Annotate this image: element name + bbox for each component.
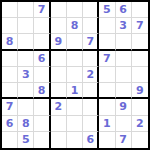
cell-r4c1[interactable] xyxy=(2,51,18,67)
cell-r7c8[interactable]: 9 xyxy=(116,99,132,115)
cell-r8c3[interactable] xyxy=(34,116,50,132)
cell-r5c1[interactable] xyxy=(2,67,18,83)
cell-r1c1[interactable] xyxy=(2,2,18,18)
cell-r1c7[interactable]: 5 xyxy=(99,2,115,18)
cell-r2c4[interactable] xyxy=(51,18,67,34)
cell-r3c7[interactable] xyxy=(99,34,115,50)
cell-r9c8[interactable]: 7 xyxy=(116,132,132,148)
sudoku-board: 75683789767328197296812567 xyxy=(0,0,150,150)
cell-r9c4[interactable] xyxy=(51,132,67,148)
cell-r8c7[interactable]: 1 xyxy=(99,116,115,132)
cell-r6c2[interactable] xyxy=(18,83,34,99)
cell-r7c6[interactable] xyxy=(83,99,99,115)
cell-r7c7[interactable] xyxy=(99,99,115,115)
cell-r6c9[interactable]: 9 xyxy=(132,83,148,99)
cell-r6c8[interactable] xyxy=(116,83,132,99)
cell-r9c9[interactable] xyxy=(132,132,148,148)
cell-r7c4[interactable]: 2 xyxy=(51,99,67,115)
cell-r7c5[interactable] xyxy=(67,99,83,115)
cell-r5c4[interactable] xyxy=(51,67,67,83)
cell-r1c8[interactable]: 6 xyxy=(116,2,132,18)
cell-r2c5[interactable]: 8 xyxy=(67,18,83,34)
cell-r2c8[interactable]: 3 xyxy=(116,18,132,34)
cell-r9c1[interactable] xyxy=(2,132,18,148)
cell-r4c2[interactable] xyxy=(18,51,34,67)
cell-r1c2[interactable] xyxy=(18,2,34,18)
cell-r4c4[interactable] xyxy=(51,51,67,67)
cell-r3c1[interactable]: 8 xyxy=(2,34,18,50)
cell-r8c8[interactable] xyxy=(116,116,132,132)
cell-r3c8[interactable] xyxy=(116,34,132,50)
cell-r6c4[interactable] xyxy=(51,83,67,99)
cell-r2c1[interactable] xyxy=(2,18,18,34)
cell-r5c2[interactable]: 3 xyxy=(18,67,34,83)
cell-r3c2[interactable] xyxy=(18,34,34,50)
cell-r4c7[interactable]: 7 xyxy=(99,51,115,67)
cell-r8c9[interactable]: 2 xyxy=(132,116,148,132)
cell-r9c2[interactable]: 5 xyxy=(18,132,34,148)
cell-r1c5[interactable] xyxy=(67,2,83,18)
cell-r5c8[interactable] xyxy=(116,67,132,83)
cell-r7c1[interactable]: 7 xyxy=(2,99,18,115)
cell-r5c3[interactable] xyxy=(34,67,50,83)
cell-r1c9[interactable] xyxy=(132,2,148,18)
cell-r9c3[interactable] xyxy=(34,132,50,148)
cell-r9c7[interactable] xyxy=(99,132,115,148)
cell-r6c5[interactable]: 1 xyxy=(67,83,83,99)
cell-r2c3[interactable] xyxy=(34,18,50,34)
cell-r1c4[interactable] xyxy=(51,2,67,18)
cell-r8c2[interactable]: 8 xyxy=(18,116,34,132)
cell-r5c6[interactable]: 2 xyxy=(83,67,99,83)
cell-r3c3[interactable] xyxy=(34,34,50,50)
cell-r2c2[interactable] xyxy=(18,18,34,34)
cell-r5c7[interactable] xyxy=(99,67,115,83)
cell-r7c9[interactable] xyxy=(132,99,148,115)
cell-r3c6[interactable]: 7 xyxy=(83,34,99,50)
cell-r7c3[interactable] xyxy=(34,99,50,115)
cell-r6c3[interactable]: 8 xyxy=(34,83,50,99)
cell-r8c4[interactable] xyxy=(51,116,67,132)
cell-r6c1[interactable] xyxy=(2,83,18,99)
cell-r4c6[interactable] xyxy=(83,51,99,67)
cell-r5c5[interactable] xyxy=(67,67,83,83)
cell-r2c9[interactable]: 7 xyxy=(132,18,148,34)
cell-r8c1[interactable]: 6 xyxy=(2,116,18,132)
cell-r2c6[interactable] xyxy=(83,18,99,34)
cell-r3c4[interactable]: 9 xyxy=(51,34,67,50)
cell-r5c9[interactable] xyxy=(132,67,148,83)
cell-r6c7[interactable] xyxy=(99,83,115,99)
cell-r4c5[interactable] xyxy=(67,51,83,67)
cell-r7c2[interactable] xyxy=(18,99,34,115)
cell-r1c3[interactable]: 7 xyxy=(34,2,50,18)
cell-r6c6[interactable] xyxy=(83,83,99,99)
cell-r3c9[interactable] xyxy=(132,34,148,50)
cell-r8c5[interactable] xyxy=(67,116,83,132)
cell-r3c5[interactable] xyxy=(67,34,83,50)
cell-r8c6[interactable] xyxy=(83,116,99,132)
cell-r4c3[interactable]: 6 xyxy=(34,51,50,67)
cell-r4c8[interactable] xyxy=(116,51,132,67)
cell-r9c5[interactable] xyxy=(67,132,83,148)
cell-r1c6[interactable] xyxy=(83,2,99,18)
cell-r4c9[interactable] xyxy=(132,51,148,67)
cell-r2c7[interactable] xyxy=(99,18,115,34)
cell-r9c6[interactable]: 6 xyxy=(83,132,99,148)
